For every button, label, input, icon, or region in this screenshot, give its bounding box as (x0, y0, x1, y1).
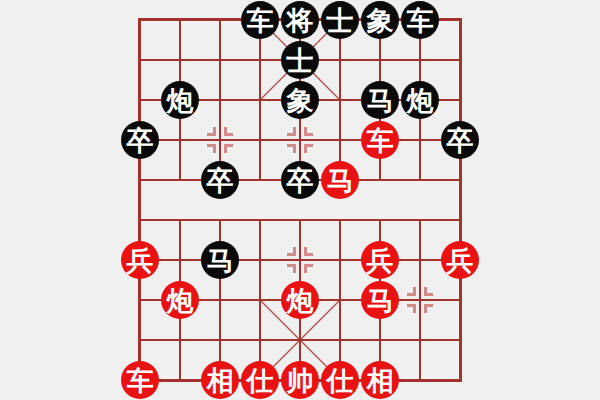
piece-black-elephant[interactable]: 象 (281, 81, 319, 119)
position-marker (287, 127, 296, 136)
piece-black-elephant[interactable]: 象 (361, 1, 399, 39)
piece-black-horse[interactable]: 马 (361, 81, 399, 119)
position-marker (287, 264, 296, 273)
grid-vline (219, 20, 221, 180)
piece-black-advisor[interactable]: 士 (321, 1, 359, 39)
piece-red-chariot[interactable]: 车 (121, 361, 159, 399)
position-marker (407, 304, 416, 313)
grid-vline (339, 20, 341, 180)
piece-red-cannon[interactable]: 炮 (161, 281, 199, 319)
piece-black-general[interactable]: 将 (281, 1, 319, 39)
position-marker (304, 144, 313, 153)
position-marker (407, 287, 416, 296)
xiangqi-board[interactable]: 车将士象车士炮象马炮卒车卒卒卒马兵马兵兵炮炮马车相仕帅仕相 (0, 0, 600, 400)
grid-vline (339, 220, 341, 380)
position-marker (287, 144, 296, 153)
piece-red-elephant[interactable]: 相 (201, 361, 239, 399)
piece-black-chariot[interactable]: 车 (401, 1, 439, 39)
piece-black-soldier[interactable]: 卒 (201, 161, 239, 199)
position-marker (207, 127, 216, 136)
position-marker (224, 127, 233, 136)
piece-red-general[interactable]: 帅 (281, 361, 319, 399)
position-marker (304, 127, 313, 136)
piece-red-soldier[interactable]: 兵 (361, 241, 399, 279)
xiangqi-app: 车将士象车士炮象马炮卒车卒卒卒马兵马兵兵炮炮马车相仕帅仕相 (0, 0, 600, 400)
piece-red-cannon[interactable]: 炮 (281, 281, 319, 319)
piece-black-cannon[interactable]: 炮 (161, 81, 199, 119)
position-marker (424, 304, 433, 313)
position-marker (304, 264, 313, 273)
piece-red-chariot[interactable]: 车 (361, 121, 399, 159)
piece-black-soldier[interactable]: 卒 (121, 121, 159, 159)
piece-black-soldier[interactable]: 卒 (441, 121, 479, 159)
piece-red-advisor[interactable]: 仕 (241, 361, 279, 399)
piece-black-chariot[interactable]: 车 (241, 1, 279, 39)
piece-red-elephant[interactable]: 相 (361, 361, 399, 399)
position-marker (287, 247, 296, 256)
piece-black-soldier[interactable]: 卒 (281, 161, 319, 199)
piece-red-soldier[interactable]: 兵 (121, 241, 159, 279)
position-marker (224, 144, 233, 153)
position-marker (304, 247, 313, 256)
grid-vline (419, 220, 421, 380)
piece-black-advisor[interactable]: 士 (281, 41, 319, 79)
position-marker (207, 144, 216, 153)
grid-vline (259, 220, 261, 380)
position-marker (424, 287, 433, 296)
piece-black-horse[interactable]: 马 (201, 241, 239, 279)
piece-black-cannon[interactable]: 炮 (401, 81, 439, 119)
piece-red-advisor[interactable]: 仕 (321, 361, 359, 399)
piece-red-soldier[interactable]: 兵 (441, 241, 479, 279)
piece-red-horse[interactable]: 马 (321, 161, 359, 199)
piece-red-horse[interactable]: 马 (361, 281, 399, 319)
grid-vline (259, 20, 261, 180)
